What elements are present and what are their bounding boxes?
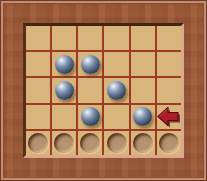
hole (54, 133, 74, 153)
marble[interactable] (81, 107, 100, 126)
cell-r3c2[interactable] (52, 78, 76, 102)
cell-r2c6[interactable] (157, 52, 181, 76)
cell-r2c1[interactable] (26, 52, 50, 76)
cell-r3c3[interactable] (78, 78, 102, 102)
cell-r2c2[interactable] (52, 52, 76, 76)
cell-r2c4[interactable] (104, 52, 128, 76)
cell-r4c1[interactable] (26, 105, 50, 129)
hole (133, 133, 153, 153)
arrow-left-icon[interactable] (157, 106, 181, 128)
cell-r3c4[interactable] (104, 78, 128, 102)
cell-r1c5[interactable] (131, 26, 155, 50)
hole (28, 133, 48, 153)
board-grid (26, 26, 181, 155)
cell-r5c2[interactable] (52, 131, 76, 155)
cell-r3c6[interactable] (157, 78, 181, 102)
board-frame (23, 23, 184, 158)
cell-r3c1[interactable] (26, 78, 50, 102)
marble[interactable] (55, 55, 74, 74)
cell-r1c6[interactable] (157, 26, 181, 50)
cell-r1c2[interactable] (52, 26, 76, 50)
marble[interactable] (81, 55, 100, 74)
cell-r4c2[interactable] (52, 105, 76, 129)
cell-r1c1[interactable] (26, 26, 50, 50)
cell-r1c3[interactable] (78, 26, 102, 50)
cell-r4c3[interactable] (78, 105, 102, 129)
cell-r3c5[interactable] (131, 78, 155, 102)
marble[interactable] (133, 107, 152, 126)
marble[interactable] (55, 81, 74, 100)
cell-r5c1[interactable] (26, 131, 50, 155)
hole (80, 133, 100, 153)
cell-r2c5[interactable] (131, 52, 155, 76)
cell-r5c6[interactable] (157, 131, 181, 155)
cell-r5c5[interactable] (131, 131, 155, 155)
game-window (0, 0, 207, 181)
cell-r5c3[interactable] (78, 131, 102, 155)
hole (107, 133, 127, 153)
cell-r5c4[interactable] (104, 131, 128, 155)
cell-r4c5[interactable] (131, 105, 155, 129)
hole (159, 133, 179, 153)
cell-r2c3[interactable] (78, 52, 102, 76)
cell-r1c4[interactable] (104, 26, 128, 50)
cell-r4c6[interactable] (157, 105, 181, 129)
cell-r4c4[interactable] (104, 105, 128, 129)
marble[interactable] (107, 81, 126, 100)
